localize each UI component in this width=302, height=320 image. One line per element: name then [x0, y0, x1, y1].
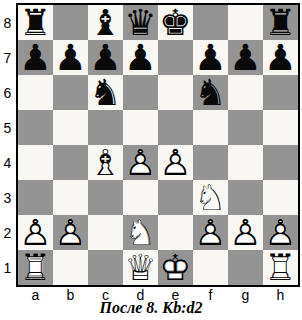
square-b4	[53, 145, 88, 180]
square-g8	[228, 5, 263, 40]
black-knight-icon: ♞	[88, 75, 123, 110]
square-e2	[158, 215, 193, 250]
square-e7	[158, 40, 193, 75]
black-pawn-icon: ♟	[53, 40, 88, 75]
white-pawn-icon: ♟♙	[158, 145, 193, 180]
square-c2	[88, 215, 123, 250]
white-pawn-icon: ♟♙	[53, 215, 88, 250]
square-e3	[158, 180, 193, 215]
square-d1: ♛♕	[123, 250, 158, 285]
square-a1: ♜♖	[18, 250, 53, 285]
square-b1	[53, 250, 88, 285]
square-f7: ♟	[193, 40, 228, 75]
square-c8: ♝	[88, 5, 123, 40]
square-f1	[193, 250, 228, 285]
rank-label-2: 2	[0, 215, 15, 250]
white-pawn-icon: ♟♙	[18, 215, 53, 250]
white-rook-icon: ♜♖	[18, 250, 53, 285]
black-pawn-icon: ♟	[18, 40, 53, 75]
black-rook-icon: ♜	[18, 5, 53, 40]
black-pawn-icon: ♟	[263, 40, 298, 75]
square-f2: ♟♙	[193, 215, 228, 250]
square-e5	[158, 110, 193, 145]
square-d2: ♞♘	[123, 215, 158, 250]
square-g3	[228, 180, 263, 215]
square-h8: ♜	[263, 5, 298, 40]
square-a6	[18, 75, 53, 110]
square-f8	[193, 5, 228, 40]
square-f4	[193, 145, 228, 180]
black-rook-icon: ♜	[263, 5, 298, 40]
square-h1: ♜♖	[263, 250, 298, 285]
black-pawn-icon: ♟	[123, 40, 158, 75]
white-pawn-icon: ♟♙	[263, 215, 298, 250]
rank-labels: 87654321	[0, 5, 15, 285]
square-b3	[53, 180, 88, 215]
rank-label-8: 8	[0, 5, 15, 40]
rank-label-5: 5	[0, 110, 15, 145]
square-a5	[18, 110, 53, 145]
square-c1	[88, 250, 123, 285]
square-c7: ♟	[88, 40, 123, 75]
black-pawn-icon: ♟	[228, 40, 263, 75]
white-pawn-icon: ♟♙	[193, 215, 228, 250]
square-e1: ♚♔	[158, 250, 193, 285]
square-b8	[53, 5, 88, 40]
white-rook-icon: ♜♖	[263, 250, 298, 285]
square-g4	[228, 145, 263, 180]
black-pawn-icon: ♟	[88, 40, 123, 75]
square-h2: ♟♙	[263, 215, 298, 250]
black-knight-icon: ♞	[193, 75, 228, 110]
square-h3	[263, 180, 298, 215]
square-g6	[228, 75, 263, 110]
square-e6	[158, 75, 193, 110]
black-bishop-icon: ♝	[88, 5, 123, 40]
square-e8: ♚	[158, 5, 193, 40]
chess-board: ♜♝♛♚♜♟♟♟♟♟♟♟♞♞♝♗♟♙♟♙♞♘♟♙♟♙♞♘♟♙♟♙♟♙♜♖♛♕♚♔…	[16, 3, 300, 287]
square-e4: ♟♙	[158, 145, 193, 180]
black-king-icon: ♚	[158, 5, 193, 40]
white-knight-icon: ♞♘	[193, 180, 228, 215]
rank-label-7: 7	[0, 40, 15, 75]
white-pawn-icon: ♟♙	[228, 215, 263, 250]
square-d3	[123, 180, 158, 215]
square-d6	[123, 75, 158, 110]
square-a4	[18, 145, 53, 180]
square-d4: ♟♙	[123, 145, 158, 180]
chess-diagram-page: 87654321 ♜♝♛♚♜♟♟♟♟♟♟♟♞♞♝♗♟♙♟♙♞♘♟♙♟♙♞♘♟♙♟…	[0, 0, 302, 320]
square-c3	[88, 180, 123, 215]
square-g2: ♟♙	[228, 215, 263, 250]
square-a2: ♟♙	[18, 215, 53, 250]
black-pawn-icon: ♟	[193, 40, 228, 75]
white-king-icon: ♚♔	[158, 250, 193, 285]
square-c4: ♝♗	[88, 145, 123, 180]
white-knight-icon: ♞♘	[123, 215, 158, 250]
square-f3: ♞♘	[193, 180, 228, 215]
square-d7: ♟	[123, 40, 158, 75]
rank-label-3: 3	[0, 180, 15, 215]
square-a8: ♜	[18, 5, 53, 40]
square-c5	[88, 110, 123, 145]
square-b7: ♟	[53, 40, 88, 75]
rank-label-4: 4	[0, 145, 15, 180]
square-h7: ♟	[263, 40, 298, 75]
square-h4	[263, 145, 298, 180]
rank-label-6: 6	[0, 75, 15, 110]
square-b2: ♟♙	[53, 215, 88, 250]
square-b6	[53, 75, 88, 110]
square-h6	[263, 75, 298, 110]
square-h5	[263, 110, 298, 145]
square-f5	[193, 110, 228, 145]
square-a3	[18, 180, 53, 215]
square-c6: ♞	[88, 75, 123, 110]
square-a7: ♟	[18, 40, 53, 75]
square-b5	[53, 110, 88, 145]
square-d8: ♛	[123, 5, 158, 40]
square-g1	[228, 250, 263, 285]
square-g5	[228, 110, 263, 145]
white-queen-icon: ♛♕	[123, 250, 158, 285]
black-queen-icon: ♛	[123, 5, 158, 40]
square-f6: ♞	[193, 75, 228, 110]
rank-label-1: 1	[0, 250, 15, 285]
move-caption: После 8. Кb:d2	[0, 299, 302, 317]
square-g7: ♟	[228, 40, 263, 75]
white-bishop-icon: ♝♗	[88, 145, 123, 180]
square-d5	[123, 110, 158, 145]
white-pawn-icon: ♟♙	[123, 145, 158, 180]
